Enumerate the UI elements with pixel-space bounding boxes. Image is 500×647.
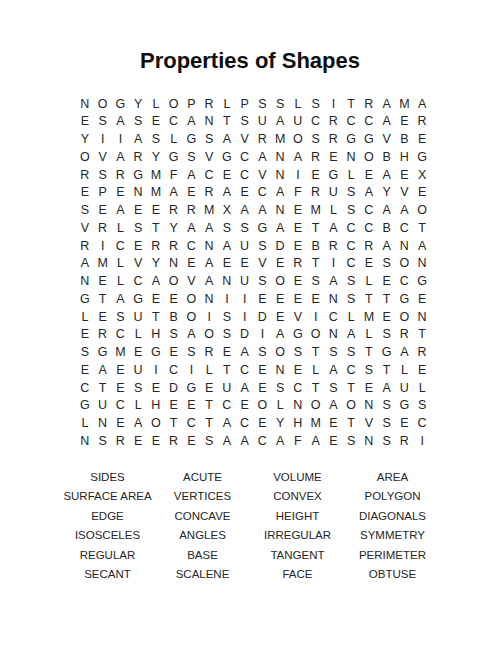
grid-cell: G: [396, 397, 414, 415]
grid-cell: V: [378, 131, 396, 149]
grid-cell: G: [413, 148, 431, 166]
grid-cell: L: [325, 202, 343, 220]
grid-cell: S: [94, 113, 112, 131]
grid-cell: S: [342, 432, 360, 450]
grid-cell: S: [254, 237, 272, 255]
grid-cell: G: [218, 148, 236, 166]
grid-cell: A: [325, 397, 343, 415]
grid-cell: I: [254, 326, 272, 344]
grid-cell: S: [218, 219, 236, 237]
grid-cell: C: [307, 113, 325, 131]
grid-cell: E: [289, 273, 307, 291]
grid-cell: R: [325, 131, 343, 149]
grid-cell: N: [76, 95, 94, 113]
grid-cell: S: [218, 326, 236, 344]
page-title: Properties of Shapes: [0, 48, 500, 74]
grid-cell: E: [254, 361, 272, 379]
grid-cell: P: [183, 95, 201, 113]
grid-cell: C: [236, 148, 254, 166]
grid-cell: A: [183, 166, 201, 184]
grid-cell: L: [271, 397, 289, 415]
grid-cell: S: [254, 95, 272, 113]
grid-cell: G: [289, 326, 307, 344]
grid-cell: E: [76, 361, 94, 379]
grid-cell: N: [396, 237, 414, 255]
grid-cell: S: [289, 344, 307, 362]
word-item: SCALENE: [155, 565, 250, 584]
grid-cell: Y: [129, 95, 147, 113]
grid-cell: R: [254, 131, 272, 149]
grid-cell: A: [129, 131, 147, 149]
grid-cell: C: [76, 379, 94, 397]
grid-cell: S: [76, 344, 94, 362]
grid-cell: E: [94, 202, 112, 220]
grid-cell: F: [289, 184, 307, 202]
grid-cell: Y: [147, 255, 165, 273]
grid-cell: C: [236, 415, 254, 433]
grid-cell: E: [147, 432, 165, 450]
grid-cell: E: [271, 290, 289, 308]
grid-cell: A: [94, 361, 112, 379]
grid-cell: T: [413, 326, 431, 344]
grid-cell: C: [112, 397, 130, 415]
grid-cell: U: [129, 308, 147, 326]
grid-cell: U: [236, 237, 254, 255]
grid-cell: O: [307, 397, 325, 415]
grid-cell: N: [218, 273, 236, 291]
grid-cell: S: [254, 344, 272, 362]
grid-cell: N: [325, 290, 343, 308]
grid-cell: A: [218, 237, 236, 255]
grid-cell: E: [147, 202, 165, 220]
grid-cell: I: [200, 308, 218, 326]
grid-cell: R: [112, 432, 130, 450]
grid-cell: L: [112, 255, 130, 273]
grid-cell: S: [307, 273, 325, 291]
grid-cell: A: [112, 113, 130, 131]
grid-cell: U: [218, 379, 236, 397]
word-item: REGULAR: [60, 546, 155, 565]
grid-cell: A: [342, 326, 360, 344]
grid-cell: I: [325, 255, 343, 273]
grid-cell: R: [76, 237, 94, 255]
grid-cell: I: [236, 308, 254, 326]
grid-cell: N: [360, 397, 378, 415]
grid-cell: E: [396, 415, 414, 433]
grid-cell: E: [200, 379, 218, 397]
grid-cell: V: [76, 219, 94, 237]
grid-cell: A: [289, 148, 307, 166]
grid-cell: C: [396, 273, 414, 291]
grid-cell: S: [129, 219, 147, 237]
grid-cell: N: [200, 237, 218, 255]
grid-cell: L: [129, 326, 147, 344]
grid-cell: S: [271, 95, 289, 113]
grid-cell: N: [165, 255, 183, 273]
grid-cell: A: [112, 202, 130, 220]
grid-cell: E: [271, 308, 289, 326]
grid-cell: M: [271, 131, 289, 149]
grid-cell: G: [360, 131, 378, 149]
grid-cell: A: [271, 432, 289, 450]
grid-cell: S: [94, 432, 112, 450]
grid-cell: C: [342, 219, 360, 237]
grid-cell: I: [218, 290, 236, 308]
grid-cell: E: [165, 397, 183, 415]
grid-cell: A: [396, 202, 414, 220]
grid-cell: A: [254, 202, 272, 220]
grid-cell: H: [289, 415, 307, 433]
grid-cell: R: [200, 95, 218, 113]
grid-cell: A: [218, 131, 236, 149]
grid-cell: G: [325, 166, 343, 184]
grid-cell: A: [183, 113, 201, 131]
word-item: CONVEX: [250, 487, 345, 506]
grid-cell: E: [289, 219, 307, 237]
grid-cell: L: [413, 379, 431, 397]
grid-cell: T: [378, 361, 396, 379]
grid-cell: E: [112, 361, 130, 379]
word-item: SURFACE AREA: [60, 487, 155, 506]
grid-cell: E: [254, 290, 272, 308]
grid-cell: L: [360, 273, 378, 291]
grid-cell: S: [378, 326, 396, 344]
grid-cell: T: [218, 113, 236, 131]
grid-cell: A: [218, 184, 236, 202]
grid-cell: A: [200, 255, 218, 273]
grid-cell: R: [165, 237, 183, 255]
grid-cell: E: [183, 255, 201, 273]
grid-cell: V: [236, 131, 254, 149]
grid-cell: E: [165, 344, 183, 362]
grid-cell: M: [147, 166, 165, 184]
grid-cell: V: [254, 166, 272, 184]
word-item: POLYGON: [345, 487, 440, 506]
grid-cell: B: [378, 148, 396, 166]
grid-cell: A: [271, 219, 289, 237]
grid-cell: L: [76, 415, 94, 433]
grid-cell: E: [396, 166, 414, 184]
grid-cell: U: [254, 113, 272, 131]
grid-cell: T: [413, 219, 431, 237]
grid-cell: C: [254, 432, 272, 450]
grid-cell: L: [218, 95, 236, 113]
grid-cell: A: [307, 432, 325, 450]
grid-cell: S: [200, 432, 218, 450]
grid-cell: S: [254, 273, 272, 291]
grid-cell: A: [413, 95, 431, 113]
grid-cell: R: [147, 237, 165, 255]
grid-cell: N: [200, 113, 218, 131]
grid-cell: O: [396, 255, 414, 273]
grid-cell: E: [218, 344, 236, 362]
grid-cell: E: [378, 308, 396, 326]
grid-cell: R: [183, 202, 201, 220]
grid-cell: L: [200, 361, 218, 379]
grid-cell: O: [289, 131, 307, 149]
grid-cell: A: [254, 148, 272, 166]
grid-cell: L: [76, 308, 94, 326]
grid-cell: E: [236, 397, 254, 415]
grid-cell: B: [378, 219, 396, 237]
grid-cell: A: [129, 415, 147, 433]
grid-cell: E: [165, 290, 183, 308]
grid-cell: A: [236, 202, 254, 220]
grid-cell: C: [413, 415, 431, 433]
grid-cell: R: [200, 184, 218, 202]
grid-cell: E: [236, 184, 254, 202]
grid-cell: E: [360, 255, 378, 273]
grid-cell: E: [218, 255, 236, 273]
grid-cell: E: [325, 432, 343, 450]
grid-cell: R: [325, 237, 343, 255]
grid-cell: T: [147, 308, 165, 326]
grid-cell: R: [165, 432, 183, 450]
word-item: TANGENT: [250, 546, 345, 565]
grid-cell: A: [200, 273, 218, 291]
grid-cell: E: [378, 273, 396, 291]
grid-cell: C: [129, 273, 147, 291]
grid-cell: M: [200, 202, 218, 220]
grid-cell: C: [236, 361, 254, 379]
grid-cell: O: [165, 273, 183, 291]
grid-cell: I: [289, 166, 307, 184]
grid-cell: Y: [271, 415, 289, 433]
grid-cell: M: [360, 308, 378, 326]
grid-cell: T: [165, 415, 183, 433]
grid-cell: O: [271, 273, 289, 291]
grid-cell: E: [325, 148, 343, 166]
grid-cell: T: [307, 344, 325, 362]
grid-cell: O: [76, 148, 94, 166]
grid-cell: C: [360, 113, 378, 131]
grid-cell: A: [413, 237, 431, 255]
grid-cell: A: [325, 361, 343, 379]
grid-cell: V: [200, 148, 218, 166]
grid-cell: T: [307, 219, 325, 237]
grid-cell: O: [254, 397, 272, 415]
grid-cell: G: [94, 344, 112, 362]
grid-cell: T: [360, 344, 378, 362]
word-item: EDGE: [60, 507, 155, 526]
word-item: VOLUME: [250, 468, 345, 487]
grid-cell: T: [307, 255, 325, 273]
grid-cell: A: [236, 379, 254, 397]
grid-cell: E: [307, 290, 325, 308]
grid-cell: E: [183, 184, 201, 202]
grid-cell: E: [413, 290, 431, 308]
grid-cell: S: [183, 148, 201, 166]
grid-cell: B: [396, 131, 414, 149]
grid-cell: T: [218, 361, 236, 379]
grid-cell: O: [396, 308, 414, 326]
grid-cell: R: [112, 166, 130, 184]
grid-cell: E: [183, 397, 201, 415]
word-item: FACE: [250, 565, 345, 584]
word-item: ACUTE: [155, 468, 250, 487]
word-item: AREA: [345, 468, 440, 487]
grid-cell: S: [129, 113, 147, 131]
grid-cell: V: [254, 255, 272, 273]
grid-cell: N: [200, 290, 218, 308]
grid-cell: C: [360, 202, 378, 220]
grid-cell: L: [147, 95, 165, 113]
grid-cell: T: [360, 290, 378, 308]
word-item: SIDES: [60, 468, 155, 487]
grid-cell: I: [147, 361, 165, 379]
grid-cell: E: [396, 113, 414, 131]
grid-cell: N: [271, 361, 289, 379]
grid-cell: T: [94, 290, 112, 308]
grid-cell: E: [271, 255, 289, 273]
word-item: DIAGONALS: [345, 507, 440, 526]
grid-cell: G: [378, 344, 396, 362]
grid-cell: E: [413, 131, 431, 149]
grid-cell: E: [413, 184, 431, 202]
grid-cell: E: [147, 379, 165, 397]
grid-cell: P: [236, 95, 254, 113]
grid-cell: S: [378, 255, 396, 273]
grid-cell: S: [112, 308, 130, 326]
grid-cell: I: [325, 95, 343, 113]
grid-cell: C: [218, 397, 236, 415]
grid-cell: C: [165, 113, 183, 131]
grid-cell: O: [307, 326, 325, 344]
word-item: SECANT: [60, 565, 155, 584]
grid-cell: A: [378, 237, 396, 255]
grid-cell: S: [342, 184, 360, 202]
grid-cell: V: [183, 273, 201, 291]
grid-cell: S: [307, 95, 325, 113]
grid-cell: E: [94, 308, 112, 326]
grid-cell: M: [396, 95, 414, 113]
grid-cell: A: [325, 273, 343, 291]
grid-cell: O: [271, 344, 289, 362]
grid-cell: G: [396, 290, 414, 308]
grid-cell: I: [94, 237, 112, 255]
grid-cell: C: [165, 361, 183, 379]
grid-cell: S: [236, 113, 254, 131]
grid-cell: C: [342, 255, 360, 273]
grid-cell: C: [360, 219, 378, 237]
grid-cell: R: [360, 95, 378, 113]
grid-cell: I: [236, 290, 254, 308]
grid-cell: R: [413, 113, 431, 131]
grid-cell: H: [147, 326, 165, 344]
grid-cell: C: [342, 361, 360, 379]
grid-cell: A: [200, 219, 218, 237]
grid-cell: R: [307, 148, 325, 166]
grid-cell: H: [396, 148, 414, 166]
word-item: VERTICES: [155, 487, 250, 506]
grid-cell: C: [254, 184, 272, 202]
grid-cell: U: [236, 273, 254, 291]
grid-cell: R: [76, 166, 94, 184]
grid-cell: E: [289, 290, 307, 308]
grid-cell: D: [271, 237, 289, 255]
grid-cell: M: [112, 344, 130, 362]
grid-cell: E: [360, 379, 378, 397]
grid-cell: V: [360, 415, 378, 433]
word-item: IRREGULAR: [250, 526, 345, 545]
grid-cell: N: [325, 326, 343, 344]
grid-cell: G: [413, 273, 431, 291]
grid-cell: U: [396, 379, 414, 397]
word-item: OBTUSE: [345, 565, 440, 584]
grid-cell: G: [147, 344, 165, 362]
grid-cell: L: [396, 361, 414, 379]
grid-cell: S: [76, 202, 94, 220]
grid-cell: L: [112, 273, 130, 291]
grid-cell: E: [129, 237, 147, 255]
grid-cell: S: [200, 131, 218, 149]
grid-cell: A: [236, 344, 254, 362]
word-item: BASE: [155, 546, 250, 565]
grid-cell: S: [271, 379, 289, 397]
grid-cell: O: [200, 326, 218, 344]
grid-cell: M: [307, 415, 325, 433]
grid-cell: S: [236, 219, 254, 237]
grid-cell: N: [76, 273, 94, 291]
grid-cell: E: [254, 379, 272, 397]
grid-cell: L: [289, 95, 307, 113]
grid-cell: I: [307, 308, 325, 326]
word-search-grid: NOGYLOPRLPSSLSITRAMAESASECANTSUAUCRCCAER…: [76, 95, 431, 450]
grid-cell: O: [413, 202, 431, 220]
grid-cell: R: [396, 326, 414, 344]
grid-cell: C: [112, 326, 130, 344]
grid-cell: T: [378, 290, 396, 308]
word-item: ISOSCELES: [60, 526, 155, 545]
grid-cell: B: [307, 237, 325, 255]
grid-cell: N: [413, 308, 431, 326]
grid-cell: S: [325, 344, 343, 362]
grid-cell: Y: [76, 131, 94, 149]
grid-cell: G: [183, 379, 201, 397]
grid-cell: R: [289, 255, 307, 273]
grid-cell: R: [325, 113, 343, 131]
word-item: CONCAVE: [155, 507, 250, 526]
grid-cell: E: [236, 255, 254, 273]
grid-cell: S: [413, 397, 431, 415]
grid-cell: T: [94, 379, 112, 397]
grid-cell: A: [236, 432, 254, 450]
grid-cell: S: [342, 273, 360, 291]
grid-cell: G: [342, 131, 360, 149]
grid-cell: U: [94, 397, 112, 415]
grid-cell: G: [76, 397, 94, 415]
grid-cell: G: [165, 148, 183, 166]
grid-cell: G: [254, 219, 272, 237]
grid-cell: A: [378, 113, 396, 131]
grid-cell: O: [342, 397, 360, 415]
grid-cell: A: [112, 148, 130, 166]
grid-cell: O: [183, 308, 201, 326]
grid-cell: I: [94, 131, 112, 149]
grid-cell: E: [147, 113, 165, 131]
grid-cell: R: [360, 237, 378, 255]
grid-cell: B: [165, 308, 183, 326]
grid-cell: E: [218, 166, 236, 184]
word-item: ANGLES: [155, 526, 250, 545]
grid-cell: A: [165, 184, 183, 202]
grid-cell: N: [94, 415, 112, 433]
grid-cell: L: [342, 308, 360, 326]
grid-cell: E: [112, 379, 130, 397]
grid-cell: V: [289, 308, 307, 326]
grid-cell: N: [271, 166, 289, 184]
grid-cell: A: [271, 184, 289, 202]
